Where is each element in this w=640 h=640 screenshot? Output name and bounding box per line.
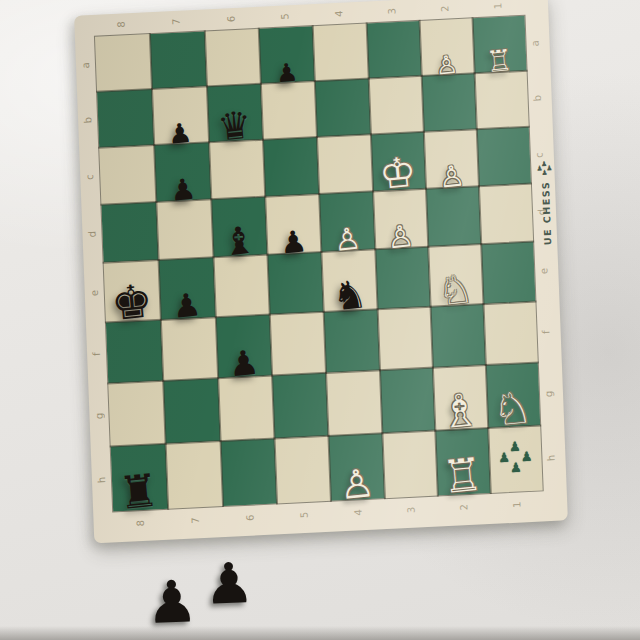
piece-black-queen-b6[interactable]: ♛: [216, 107, 253, 144]
square-c3[interactable]: ♔: [371, 132, 426, 192]
corner-pawn-diamond-logo: ♟♟♟♟: [498, 439, 533, 475]
square-c5[interactable]: [263, 137, 319, 197]
captured-black-pawn[interactable]: ♟: [145, 577, 199, 628]
piece-black-pawn-a5[interactable]: ♟: [274, 61, 298, 86]
piece-black-knight-e4[interactable]: ♞: [330, 276, 368, 314]
rank-label: 8: [117, 21, 127, 28]
square-g3[interactable]: [380, 368, 435, 434]
square-b3[interactable]: [369, 76, 424, 135]
rank-label: 7: [172, 18, 182, 25]
file-label-lane: e: [84, 263, 106, 324]
rank-label-lane: 3: [366, 0, 420, 23]
piece-white-pawn-h4[interactable]: ♙: [337, 465, 375, 503]
captured-black-pawn[interactable]: ♟: [203, 559, 255, 608]
square-g6[interactable]: [218, 376, 274, 442]
rank-label-lane: 6: [204, 7, 259, 32]
square-g7[interactable]: [163, 378, 220, 444]
square-c1[interactable]: [477, 127, 531, 186]
square-f1[interactable]: [484, 302, 538, 365]
square-b5[interactable]: [261, 81, 317, 140]
square-a3[interactable]: [367, 21, 422, 79]
piece-white-pawn-d3[interactable]: ♙: [386, 222, 415, 252]
piece-white-rook-a1[interactable]: ♖: [485, 47, 513, 76]
rank-label-lane: 1: [491, 490, 544, 519]
rank-label-lane: 7: [168, 506, 224, 535]
square-c8[interactable]: [99, 145, 156, 205]
file-label: a: [530, 39, 540, 46]
square-d1[interactable]: [479, 184, 533, 244]
piece-black-rook-h8[interactable]: ♜: [117, 470, 161, 514]
square-a2[interactable]: ♙: [420, 18, 475, 76]
pawn-icon: ♟: [536, 166, 543, 173]
piece-black-king-e8[interactable]: ♚: [109, 280, 154, 325]
piece-white-pawn-c2[interactable]: ♙: [437, 162, 465, 191]
rank-label-lane: 6: [223, 503, 278, 532]
file-label: a: [81, 61, 91, 68]
piece-white-bishop-g2[interactable]: ♗: [438, 389, 482, 433]
square-h3[interactable]: [382, 431, 437, 499]
rank-label-lane: 5: [258, 4, 313, 29]
file-label: d: [87, 231, 97, 238]
file-label: f: [92, 352, 102, 356]
square-g8[interactable]: [108, 381, 165, 447]
piece-black-pawn-e7[interactable]: ♟: [171, 290, 202, 322]
square-a7[interactable]: [150, 31, 207, 89]
rank-label: 2: [460, 504, 470, 511]
file-label: g: [544, 390, 554, 397]
square-e1[interactable]: [481, 242, 535, 304]
file-label-lane: h: [540, 424, 562, 490]
square-c2[interactable]: ♙: [424, 129, 479, 189]
rank-label: 4: [353, 509, 363, 516]
rank-label-lane: 7: [149, 9, 205, 34]
board-corner: [524, 0, 545, 16]
square-c6[interactable]: [209, 140, 265, 200]
file-label: b: [83, 117, 93, 124]
rank-label: 1: [493, 3, 503, 10]
square-e5[interactable]: [267, 252, 323, 315]
piece-black-pawn-f6[interactable]: ♟: [227, 347, 260, 381]
square-c7[interactable]: ♟: [154, 142, 211, 202]
square-b2[interactable]: [422, 73, 477, 132]
rank-label-lane: 8: [94, 12, 150, 37]
rank-label: 4: [334, 10, 344, 17]
rank-label: 6: [226, 16, 236, 23]
square-c4[interactable]: [317, 134, 373, 194]
file-label: c: [85, 174, 95, 180]
rank-label: 3: [388, 8, 398, 15]
square-f7[interactable]: [161, 317, 218, 381]
piece-black-pawn-c7[interactable]: ♟: [168, 175, 196, 204]
board-corner: [543, 489, 564, 516]
file-label: c: [535, 152, 545, 158]
square-h6[interactable]: [221, 438, 277, 506]
file-label-lane: a: [524, 15, 546, 71]
square-h4[interactable]: ♙: [328, 433, 384, 501]
square-d6[interactable]: ♝: [211, 197, 267, 258]
piece-black-bishop-d6[interactable]: ♝: [220, 222, 257, 259]
file-label: h: [546, 454, 556, 461]
square-h7[interactable]: [166, 441, 223, 509]
table-edge-shadow: [0, 626, 640, 640]
square-f4[interactable]: [324, 309, 380, 373]
rank-label: 8: [136, 520, 146, 527]
square-e7[interactable]: ♟: [159, 257, 216, 320]
pawn-icon: ♟: [546, 165, 553, 172]
piece-white-rook-h2[interactable]: ♖: [441, 454, 485, 498]
square-a4[interactable]: [313, 23, 369, 81]
square-d2[interactable]: [426, 186, 481, 247]
square-a1[interactable]: ♖: [473, 16, 527, 73]
square-e2[interactable]: ♘: [428, 244, 483, 307]
file-label: f: [542, 330, 552, 334]
chess-board: 87654321a♟♙♖ab♟♛bc♟♔♙cd♝♟♙♙de♚♟♞♘ef♟fg♗♘…: [74, 0, 568, 543]
file-label-lane: a: [75, 37, 97, 93]
file-label: b: [533, 95, 543, 102]
piece-white-knight-g1[interactable]: ♘: [491, 387, 534, 430]
square-d4[interactable]: ♙: [319, 191, 375, 252]
square-e8[interactable]: ♚: [104, 260, 161, 323]
file-label-lane: g: [88, 384, 110, 448]
square-g1[interactable]: ♘: [486, 363, 540, 428]
rank-label-lane: 3: [385, 496, 439, 525]
square-e3[interactable]: [375, 247, 430, 310]
square-a5[interactable]: ♟: [259, 26, 315, 84]
brand-pawn-diamond-icon: ♟ ♟ ♟ ♟: [536, 161, 553, 178]
piece-white-pawn-a2[interactable]: ♙: [435, 53, 459, 78]
square-f2[interactable]: [431, 304, 486, 368]
square-f5[interactable]: [270, 312, 326, 376]
square-d7[interactable]: [156, 199, 213, 260]
rank-label: 7: [191, 517, 201, 524]
pawn-icon: ♟: [509, 439, 521, 453]
square-e6[interactable]: [214, 255, 270, 318]
file-label-lane: f: [86, 323, 108, 385]
rank-label: 2: [441, 5, 451, 12]
square-f3[interactable]: [378, 307, 433, 371]
piece-black-pawn-b7[interactable]: ♟: [167, 120, 193, 147]
file-label: h: [97, 476, 107, 483]
square-d5[interactable]: ♟: [265, 194, 321, 255]
rank-label-lane: 5: [277, 501, 332, 530]
file-label-lane: c: [79, 148, 101, 206]
file-label-lane: d: [81, 205, 103, 264]
rank-label-lane: 4: [312, 2, 367, 27]
rank-label: 6: [245, 514, 255, 521]
rank-label: 5: [299, 512, 309, 519]
pawn-icon: ♟: [520, 449, 532, 463]
photo-stage: 87654321a♟♙♖ab♟♛bc♟♔♙cd♝♟♙♙de♚♟♞♘ef♟fg♗♘…: [0, 0, 640, 640]
square-d8[interactable]: [101, 202, 158, 263]
square-e4[interactable]: ♞: [321, 249, 377, 312]
piece-white-pawn-d4[interactable]: ♙: [332, 224, 361, 254]
square-b7[interactable]: ♟: [152, 86, 209, 145]
board-corner: [74, 15, 95, 38]
square-g5[interactable]: [272, 373, 328, 439]
square-g4[interactable]: [326, 370, 382, 436]
file-label-lane: b: [527, 70, 549, 127]
brand-text: UE CHESS: [539, 181, 552, 246]
square-h5[interactable]: [275, 436, 331, 504]
board-corner: [93, 511, 114, 538]
file-label-lane: b: [77, 92, 99, 149]
square-b4[interactable]: [315, 78, 371, 137]
file-label-lane: h: [91, 446, 113, 512]
file-label: g: [94, 412, 104, 419]
piece-white-king-c3[interactable]: ♔: [378, 154, 418, 194]
rank-label: 1: [512, 501, 522, 508]
rank-label: 5: [280, 13, 290, 20]
rank-label: 3: [407, 506, 417, 513]
pawn-icon: ♟: [498, 450, 510, 464]
square-b6[interactable]: ♛: [207, 84, 263, 143]
piece-black-pawn-d5[interactable]: ♟: [278, 227, 307, 257]
square-f6[interactable]: ♟: [216, 315, 272, 379]
square-g2[interactable]: ♗: [433, 365, 488, 431]
square-a8[interactable]: [95, 34, 152, 92]
file-label: e: [90, 290, 100, 297]
square-a6[interactable]: [205, 29, 261, 87]
square-b1[interactable]: [475, 71, 529, 129]
file-label-lane: g: [538, 362, 560, 426]
square-h8[interactable]: ♜: [111, 444, 168, 512]
square-b8[interactable]: [97, 89, 154, 148]
piece-white-knight-e2[interactable]: ♘: [437, 271, 475, 309]
